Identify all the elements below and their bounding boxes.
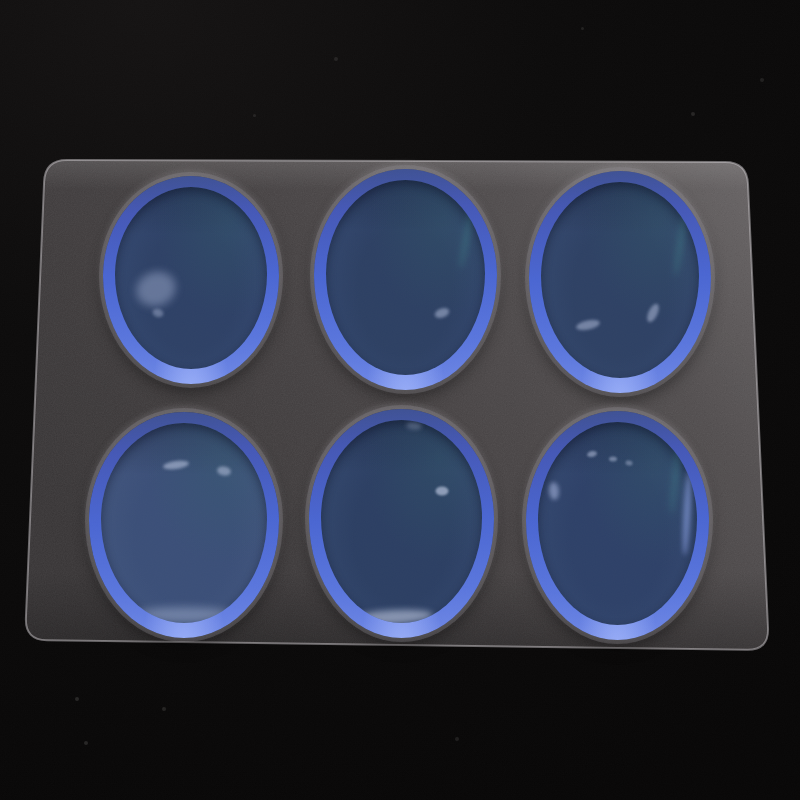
gel-highlight (609, 456, 617, 461)
gel-highlight (406, 422, 423, 430)
gel-highlight (433, 306, 450, 320)
gel-highlight (645, 302, 662, 324)
gel-highlight (151, 307, 164, 318)
gel-highlight (668, 444, 681, 514)
gel-pad-interior (321, 420, 482, 623)
gel-highlight (162, 459, 189, 471)
gel-pad-interior (101, 423, 267, 623)
gel-pad-1-3 (529, 171, 711, 393)
gel-pad-layer (0, 0, 800, 800)
gel-pad-2-3 (526, 411, 709, 640)
gel-highlight (131, 266, 180, 312)
gel-highlight (216, 465, 231, 476)
gel-highlight (458, 208, 474, 268)
gel-pad-interior (538, 422, 697, 625)
gel-pad-1-2 (314, 169, 497, 390)
gel-highlight (548, 482, 560, 501)
gel-pad-1-1 (103, 176, 279, 384)
gel-pad-interior (326, 180, 485, 375)
gel-pad-2-1 (89, 412, 279, 638)
gel-highlight (435, 487, 448, 496)
gel-highlight (625, 460, 633, 466)
gel-highlight (576, 318, 601, 332)
gel-highlight (673, 214, 688, 276)
photo-canvas (0, 0, 800, 800)
gel-highlight (587, 450, 598, 458)
gel-highlight (134, 607, 234, 623)
gel-pad-2-2 (309, 409, 494, 638)
gel-highlight (682, 471, 693, 556)
gel-pad-interior (115, 187, 267, 369)
gel-highlight (353, 608, 434, 623)
gel-pad-interior (541, 182, 699, 378)
